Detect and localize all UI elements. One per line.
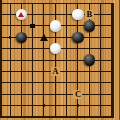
star-point-Q10 (77, 104, 80, 107)
grid-line-vertical (10, 3, 11, 117)
grid-line-horizontal (0, 82, 114, 83)
point-label-a[interactable]: A (51, 67, 60, 76)
black-stone-Q16 (72, 32, 84, 44)
white-stone-Q18 (72, 9, 84, 21)
grid-line-vertical (77, 3, 78, 117)
red-triangle-marker (18, 12, 24, 17)
grid-line-vertical (43, 3, 44, 117)
star-point-N10 (43, 104, 46, 107)
white-stone-O17 (50, 20, 62, 32)
grid-line-horizontal (0, 60, 114, 61)
board-edge-left (0, 0, 2, 118)
black-stone-R17 (84, 20, 96, 32)
black-stone-L16 (16, 32, 28, 44)
grid-line-vertical (32, 3, 33, 117)
grid-line-horizontal (0, 116, 114, 118)
grid-line-vertical (66, 3, 67, 117)
go-board[interactable]: ABC (0, 0, 120, 120)
grid-line-horizontal (0, 94, 114, 95)
grid-line-horizontal (0, 3, 114, 5)
board-side-shadow (119, 0, 120, 120)
grid-line-horizontal (0, 105, 114, 106)
white-stone-O15 (50, 43, 62, 55)
grid-line-vertical (21, 3, 22, 117)
board-edge-right (111, 3, 113, 117)
triangle-marker-N16 (40, 34, 48, 41)
point-label-b[interactable]: B (85, 10, 94, 19)
square-marker-M17 (30, 24, 35, 29)
point-label-c[interactable]: C (73, 90, 82, 99)
star-point-K16 (9, 36, 12, 39)
grid-line-vertical (100, 3, 101, 117)
black-stone-R14 (84, 54, 96, 66)
white-stone-L18 (16, 9, 28, 21)
